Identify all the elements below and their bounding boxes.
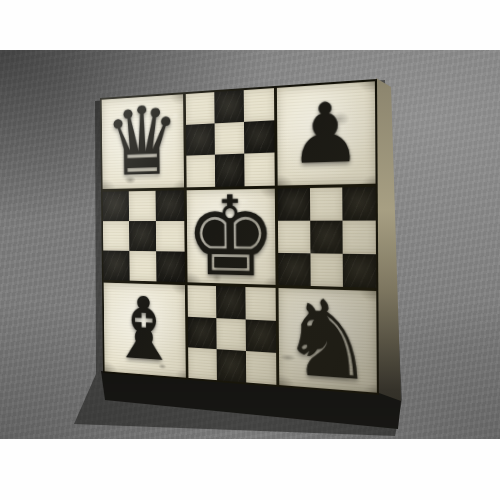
- checker-cell-dark: [157, 251, 185, 282]
- black-bishop-piece-icon: ♝: [109, 285, 179, 375]
- top-matte: [0, 0, 500, 50]
- checker-cell-light: [310, 253, 343, 287]
- checker-cell-dark: [342, 186, 376, 220]
- checker-cell-dark: [244, 121, 275, 154]
- checker-cell-light: [246, 351, 277, 385]
- checker-cell-dark: [188, 316, 217, 349]
- checker-cell-dark: [279, 253, 311, 286]
- checker-cell-light: [103, 221, 130, 251]
- checker-cell-light: [216, 318, 246, 351]
- checker-cell-dark: [216, 349, 246, 383]
- checker-cell-light: [278, 221, 310, 254]
- black-queen-piece-icon: ♛: [104, 94, 180, 188]
- checker-cell-light: [129, 190, 156, 220]
- checker-cell-light: [214, 122, 244, 155]
- checker-cell-dark: [186, 124, 215, 156]
- tile-knight: ♞: [279, 288, 377, 392]
- checker-cell-dark: [246, 319, 277, 353]
- checker-cell-dark: [214, 90, 244, 123]
- checker-cell-light: [186, 155, 215, 187]
- checker-cell-light: [244, 88, 275, 122]
- checker-cell-light: [156, 221, 184, 252]
- tile-king: ♚: [186, 188, 276, 285]
- checker-cell-light: [188, 347, 217, 380]
- tile-bishop: ♝: [104, 283, 186, 378]
- black-pawn-piece-icon: ♟: [289, 91, 362, 177]
- checker-cell-dark: [103, 191, 130, 221]
- chess-canvas-art: ♛♟♚♝♞: [100, 79, 379, 395]
- tile-checker-r2c3: [278, 186, 376, 288]
- tile-checker-r1c2: [185, 88, 275, 187]
- checker-cell-dark: [103, 251, 130, 281]
- checker-cell-dark: [156, 190, 184, 221]
- checker-cell-dark: [215, 154, 245, 186]
- tile-checker-r3c2: [187, 285, 276, 384]
- checker-cell-light: [245, 287, 276, 320]
- checker-cell-light: [310, 187, 343, 220]
- checker-cell-light: [187, 285, 216, 317]
- tile-pawn: ♟: [277, 81, 375, 185]
- black-king-piece-icon: ♚: [186, 188, 276, 285]
- checker-cell-dark: [129, 221, 156, 251]
- product-photo-stage: ♛♟♚♝♞: [0, 0, 500, 500]
- checker-cell-light: [342, 220, 376, 254]
- bottom-matte: [0, 439, 500, 500]
- tile-queen: ♛: [102, 94, 184, 188]
- checker-cell-dark: [216, 286, 246, 319]
- black-knight-piece-icon: ♞: [280, 288, 375, 392]
- checker-cell-light: [130, 251, 157, 282]
- checker-cell-dark: [278, 188, 310, 221]
- checker-cell-dark: [310, 220, 343, 253]
- tile-checker-r2c1: [103, 190, 185, 283]
- checker-cell-dark: [342, 254, 376, 288]
- checker-cell-light: [244, 153, 275, 186]
- checker-cell-light: [185, 92, 214, 125]
